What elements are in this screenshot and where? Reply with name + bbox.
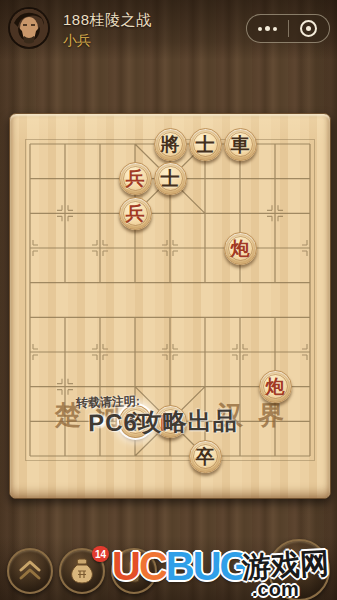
board-point: 將 bbox=[153, 127, 188, 162]
xiangqi-board[interactable]: 楚河 汉界 將士車兵士兵炮炮卒帥卒 转载请注明: PC6攻略出品 bbox=[9, 113, 331, 499]
board-point: 兵 bbox=[118, 161, 153, 196]
avatar bbox=[8, 7, 50, 49]
hint-item-button[interactable] bbox=[111, 548, 157, 594]
piece-black-車[interactable]: 車 bbox=[224, 128, 257, 161]
piece-black-士[interactable]: 士 bbox=[154, 162, 187, 195]
board-point: 炮 bbox=[223, 231, 258, 266]
piece-red-炮[interactable]: 炮 bbox=[224, 232, 257, 265]
miniprogram-capsule bbox=[246, 14, 330, 43]
board-point: 兵 bbox=[118, 196, 153, 231]
scroll-icon bbox=[123, 558, 145, 584]
board-point: 士 bbox=[153, 161, 188, 196]
board-point: 士 bbox=[188, 127, 223, 162]
money-bag-icon bbox=[68, 557, 96, 585]
expand-button[interactable] bbox=[7, 548, 53, 594]
piece-glyph: 兵 bbox=[126, 204, 145, 223]
piece-glyph: 炮 bbox=[266, 377, 285, 396]
piece-glyph: 車 bbox=[231, 135, 250, 154]
piece-black-將[interactable]: 將 bbox=[154, 128, 187, 161]
piece-glyph: 兵 bbox=[126, 169, 145, 188]
piece-glyph: 士 bbox=[161, 169, 180, 188]
close-button[interactable] bbox=[289, 15, 330, 42]
prop-count-badge: 14 bbox=[92, 546, 109, 562]
piece-red-兵[interactable]: 兵 bbox=[119, 197, 152, 230]
piece-glyph: 將 bbox=[161, 135, 180, 154]
character-button[interactable] bbox=[268, 539, 330, 600]
level-title: 188桂陵之战 bbox=[63, 11, 152, 30]
app-screen: 188桂陵之战 小兵 楚河 汉界 將士車兵士兵炮炮卒帥卒 转载请注明: PC6攻… bbox=[0, 0, 337, 600]
chevron-up-icon bbox=[17, 560, 43, 582]
board-watermark-line2: PC6攻略出品 bbox=[88, 405, 238, 440]
piece-red-兵[interactable]: 兵 bbox=[119, 162, 152, 195]
level-rank: 小兵 bbox=[63, 32, 91, 50]
board-point: 卒 bbox=[188, 439, 223, 474]
prop-bag-button[interactable]: 14 bbox=[59, 548, 105, 594]
board-point: 車 bbox=[223, 127, 258, 162]
more-menu-button[interactable] bbox=[247, 15, 288, 42]
piece-glyph: 炮 bbox=[231, 239, 250, 258]
piece-glyph: 卒 bbox=[196, 447, 215, 466]
piece-red-炮[interactable]: 炮 bbox=[259, 370, 292, 403]
circle-dot-icon bbox=[300, 20, 317, 37]
piece-black-士[interactable]: 士 bbox=[189, 128, 222, 161]
piece-glyph: 士 bbox=[196, 135, 215, 154]
ellipsis-icon bbox=[258, 26, 277, 31]
piece-black-卒[interactable]: 卒 bbox=[189, 440, 222, 473]
board-point: 炮 bbox=[258, 369, 293, 404]
avatar-portrait bbox=[10, 9, 48, 47]
